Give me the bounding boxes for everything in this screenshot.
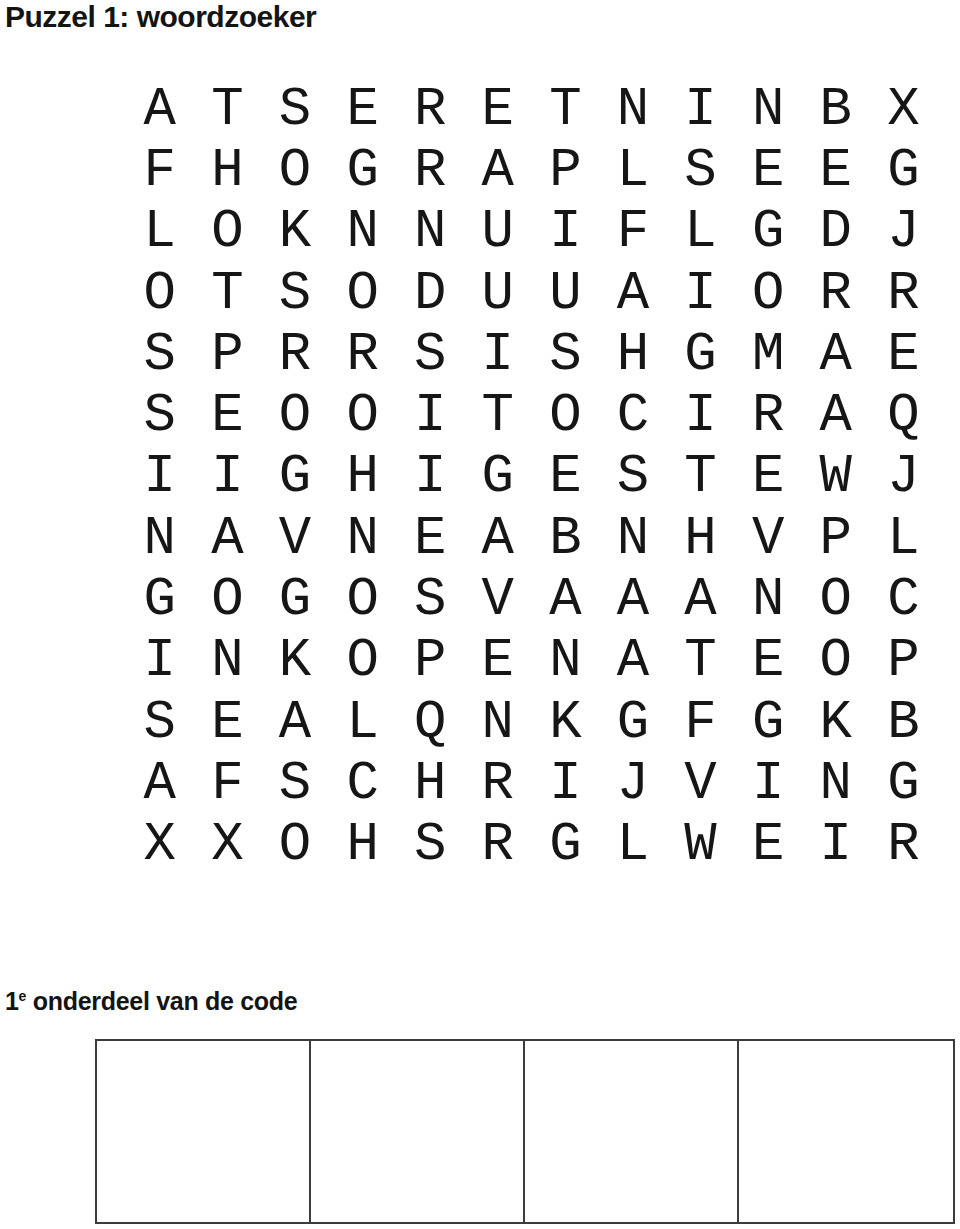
answer-box[interactable] [525,1041,739,1222]
grid-cell[interactable]: S [667,140,735,201]
grid-cell[interactable]: G [599,692,667,753]
grid-cell[interactable]: O [532,385,600,446]
grid-cell[interactable]: O [194,569,262,630]
grid-cell[interactable]: S [599,447,667,508]
grid-cell[interactable]: E [194,385,262,446]
grid-cell[interactable]: K [261,202,329,263]
grid-cell[interactable]: N [599,79,667,140]
code-section-label: 1e onderdeel van de code [5,987,297,1016]
grid-cell[interactable]: U [532,263,600,324]
grid-cell[interactable]: A [667,569,735,630]
grid-cell[interactable]: N [329,202,397,263]
grid-cell[interactable]: R [396,140,464,201]
grid-cell[interactable]: A [194,508,262,569]
grid-cell[interactable]: A [261,692,329,753]
grid-cell[interactable]: V [261,508,329,569]
grid-cell[interactable]: A [126,79,194,140]
grid-cell[interactable]: I [734,753,802,814]
grid-cell[interactable]: E [734,140,802,201]
grid-cell[interactable]: H [667,508,735,569]
grid-cell[interactable]: S [261,753,329,814]
grid-cell[interactable]: N [396,202,464,263]
grid-cell[interactable]: S [396,324,464,385]
grid-cell[interactable]: O [261,815,329,876]
grid-cell[interactable]: P [532,140,600,201]
grid-cell[interactable]: I [532,753,600,814]
grid-cell[interactable]: O [802,631,870,692]
grid-cell[interactable]: N [599,508,667,569]
grid-cell[interactable]: F [194,753,262,814]
grid-cell[interactable]: C [599,385,667,446]
grid-cell[interactable]: B [870,692,938,753]
answer-box[interactable] [739,1041,953,1222]
grid-cell[interactable]: F [667,692,735,753]
grid-cell[interactable]: N [329,508,397,569]
grid-cell[interactable]: H [599,324,667,385]
code-label-text: onderdeel van de code [26,987,297,1015]
grid-cell[interactable]: F [599,202,667,263]
grid-cell[interactable]: W [802,447,870,508]
grid-cell[interactable]: T [667,447,735,508]
grid-cell[interactable]: R [261,324,329,385]
grid-cell[interactable]: W [667,815,735,876]
grid-cell[interactable]: I [126,447,194,508]
grid-cell[interactable]: U [464,263,532,324]
grid-cell[interactable]: S [126,692,194,753]
grid-cell[interactable]: N [532,631,600,692]
grid-cell[interactable]: R [870,815,938,876]
grid-cell[interactable]: F [126,140,194,201]
grid-cell[interactable]: T [464,385,532,446]
grid-cell[interactable]: K [802,692,870,753]
grid-cell[interactable]: R [329,324,397,385]
grid-cell[interactable]: P [802,508,870,569]
grid-cell[interactable]: E [329,79,397,140]
grid-cell[interactable]: S [126,385,194,446]
grid-cell[interactable]: R [734,385,802,446]
grid-cell[interactable]: K [261,631,329,692]
grid-cell[interactable]: C [870,569,938,630]
grid-cell[interactable]: R [464,753,532,814]
grid-cell[interactable]: H [329,447,397,508]
grid-cell[interactable]: L [599,815,667,876]
grid-cell[interactable]: A [464,508,532,569]
grid-cell[interactable]: O [329,263,397,324]
grid-cell[interactable]: N [734,79,802,140]
grid-cell[interactable]: E [194,692,262,753]
grid-cell[interactable]: S [126,324,194,385]
grid-cell[interactable]: U [464,202,532,263]
grid-cell[interactable]: H [329,815,397,876]
grid-cell[interactable]: G [734,202,802,263]
grid-cell[interactable]: A [802,324,870,385]
grid-cell[interactable]: I [667,385,735,446]
grid-cell[interactable]: E [396,508,464,569]
grid-cell[interactable]: S [396,815,464,876]
grid-cell[interactable]: K [532,692,600,753]
grid-cell[interactable]: I [396,385,464,446]
grid-cell[interactable]: E [870,324,938,385]
grid-cell[interactable]: S [261,79,329,140]
grid-cell[interactable]: I [464,324,532,385]
grid-cell[interactable]: I [126,631,194,692]
grid-cell[interactable]: E [464,631,532,692]
grid-cell[interactable]: T [194,263,262,324]
grid-cell[interactable]: X [870,79,938,140]
grid-cell[interactable]: D [802,202,870,263]
grid-cell[interactable]: G [464,447,532,508]
grid-cell[interactable]: V [734,508,802,569]
grid-cell[interactable]: O [194,202,262,263]
grid-cell[interactable]: C [329,753,397,814]
grid-cell[interactable]: N [126,508,194,569]
code-label-superscript: e [19,988,27,1004]
grid-cell[interactable]: R [802,263,870,324]
grid-cell[interactable]: G [870,140,938,201]
grid-cell[interactable]: G [667,324,735,385]
grid-cell[interactable]: X [194,815,262,876]
grid-cell[interactable]: L [599,140,667,201]
grid-cell[interactable]: N [802,753,870,814]
code-label-number: 1 [5,987,19,1015]
grid-cell[interactable]: H [396,753,464,814]
grid-cell[interactable]: H [194,140,262,201]
grid-cell[interactable]: L [126,202,194,263]
grid-cell[interactable]: O [802,569,870,630]
grid-cell[interactable]: B [802,79,870,140]
grid-cell[interactable]: R [464,815,532,876]
grid-cell[interactable]: O [261,140,329,201]
grid-cell[interactable]: B [532,508,600,569]
grid-cell[interactable]: S [532,324,600,385]
grid-cell[interactable]: X [126,815,194,876]
grid-cell[interactable]: E [734,815,802,876]
grid-cell[interactable]: O [329,385,397,446]
grid-cell[interactable]: I [802,815,870,876]
grid-cell[interactable]: O [329,631,397,692]
grid-cell[interactable]: T [667,631,735,692]
grid-cell[interactable]: R [396,79,464,140]
grid-cell[interactable]: V [464,569,532,630]
grid-cell[interactable]: T [532,79,600,140]
grid-cell[interactable]: A [599,631,667,692]
grid-cell[interactable]: P [194,324,262,385]
grid-cell[interactable]: N [734,569,802,630]
grid-cell[interactable]: A [126,753,194,814]
grid-cell[interactable]: D [396,263,464,324]
grid-cell[interactable]: V [667,753,735,814]
grid-cell[interactable]: A [532,569,600,630]
grid-cell[interactable]: M [734,324,802,385]
grid-cell[interactable]: A [464,140,532,201]
grid-cell[interactable]: I [667,79,735,140]
grid-cell[interactable]: A [599,569,667,630]
grid-cell[interactable]: P [396,631,464,692]
grid-cell[interactable]: T [194,79,262,140]
answer-box[interactable] [97,1041,311,1222]
grid-cell[interactable]: O [329,569,397,630]
grid-cell[interactable]: G [261,447,329,508]
grid-cell[interactable]: N [464,692,532,753]
grid-cell[interactable]: G [261,569,329,630]
grid-cell[interactable]: L [329,692,397,753]
grid-cell[interactable]: Q [870,385,938,446]
grid-cell[interactable]: G [126,569,194,630]
grid-cell[interactable]: S [396,569,464,630]
grid-cell[interactable]: P [870,631,938,692]
grid-cell[interactable]: I [396,447,464,508]
grid-cell[interactable]: L [870,508,938,569]
grid-cell[interactable]: E [802,140,870,201]
grid-cell[interactable]: N [194,631,262,692]
grid-cell[interactable]: Q [396,692,464,753]
page-title: Puzzel 1: woordzoeker [5,0,316,34]
grid-cell[interactable]: A [802,385,870,446]
grid-cell[interactable]: I [667,263,735,324]
grid-cell[interactable]: A [599,263,667,324]
word-search-grid[interactable]: ATSERETNINBXFHOGRAPLSEEGLOKNNUIFLGDJOTSO… [126,79,937,876]
grid-cell[interactable]: G [532,815,600,876]
grid-cell[interactable]: E [532,447,600,508]
grid-cell[interactable]: O [261,385,329,446]
grid-cell[interactable]: J [870,202,938,263]
answer-boxes [95,1039,955,1224]
grid-cell[interactable]: L [667,202,735,263]
grid-cell[interactable]: O [126,263,194,324]
grid-cell[interactable]: O [734,263,802,324]
grid-cell[interactable]: I [532,202,600,263]
grid-cell[interactable]: S [261,263,329,324]
grid-cell[interactable]: G [734,692,802,753]
grid-cell[interactable]: J [599,753,667,814]
grid-cell[interactable]: G [329,140,397,201]
grid-cell[interactable]: E [734,631,802,692]
grid-cell[interactable]: I [194,447,262,508]
answer-box[interactable] [311,1041,525,1222]
grid-cell[interactable]: E [464,79,532,140]
grid-cell[interactable]: J [870,447,938,508]
grid-cell[interactable]: G [870,753,938,814]
grid-cell[interactable]: E [734,447,802,508]
grid-cell[interactable]: R [870,263,938,324]
